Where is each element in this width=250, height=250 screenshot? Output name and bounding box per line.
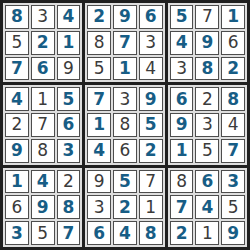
cell-r8c1[interactable]: 6 — [5, 195, 29, 219]
cell-r2c6[interactable]: 3 — [139, 31, 163, 55]
cell-r4c1[interactable]: 4 — [5, 87, 29, 111]
cell-r6c5[interactable]: 6 — [113, 139, 137, 163]
box-1-1: 834521769 — [3, 3, 82, 82]
cell-r8c2[interactable]: 9 — [31, 195, 55, 219]
cell-r6c9[interactable]: 7 — [221, 139, 245, 163]
cell-r5c4[interactable]: 1 — [87, 113, 111, 137]
cell-r6c3[interactable]: 3 — [57, 139, 81, 163]
box-3-3: 863745219 — [168, 168, 247, 247]
cell-r4c8[interactable]: 2 — [195, 87, 219, 111]
cell-r4c3[interactable]: 5 — [57, 87, 81, 111]
cell-r6c6[interactable]: 2 — [139, 139, 163, 163]
cell-r4c9[interactable]: 8 — [221, 87, 245, 111]
cell-r2c2[interactable]: 2 — [31, 31, 55, 55]
cell-r1c5[interactable]: 9 — [113, 5, 137, 29]
cell-r7c5[interactable]: 5 — [113, 170, 137, 194]
cell-r3c6[interactable]: 4 — [139, 57, 163, 81]
cell-r1c4[interactable]: 2 — [87, 5, 111, 29]
cell-r7c9[interactable]: 3 — [221, 170, 245, 194]
cell-r9c6[interactable]: 8 — [139, 221, 163, 245]
cell-r2c7[interactable]: 4 — [170, 31, 194, 55]
cell-r7c2[interactable]: 4 — [31, 170, 55, 194]
cell-r8c3[interactable]: 8 — [57, 195, 81, 219]
cell-r3c8[interactable]: 8 — [195, 57, 219, 81]
cell-r9c4[interactable]: 6 — [87, 221, 111, 245]
cell-r3c2[interactable]: 6 — [31, 57, 55, 81]
cell-r7c1[interactable]: 1 — [5, 170, 29, 194]
box-1-2: 296873514 — [85, 3, 164, 82]
cell-r4c7[interactable]: 6 — [170, 87, 194, 111]
cell-r7c7[interactable]: 8 — [170, 170, 194, 194]
box-3-2: 957321648 — [85, 168, 164, 247]
cell-r2c5[interactable]: 7 — [113, 31, 137, 55]
cell-r4c2[interactable]: 1 — [31, 87, 55, 111]
cell-r8c6[interactable]: 1 — [139, 195, 163, 219]
cell-r6c8[interactable]: 5 — [195, 139, 219, 163]
cell-r9c1[interactable]: 3 — [5, 221, 29, 245]
cell-r8c9[interactable]: 5 — [221, 195, 245, 219]
cell-r5c3[interactable]: 6 — [57, 113, 81, 137]
cell-r3c1[interactable]: 7 — [5, 57, 29, 81]
cell-r9c7[interactable]: 2 — [170, 221, 194, 245]
box-2-3: 628934157 — [168, 85, 247, 164]
cell-r6c7[interactable]: 1 — [170, 139, 194, 163]
cell-r5c7[interactable]: 9 — [170, 113, 194, 137]
cell-r1c3[interactable]: 4 — [57, 5, 81, 29]
cell-r1c2[interactable]: 3 — [31, 5, 55, 29]
cell-r9c8[interactable]: 1 — [195, 221, 219, 245]
cell-r3c4[interactable]: 5 — [87, 57, 111, 81]
cell-r2c8[interactable]: 9 — [195, 31, 219, 55]
cell-r4c5[interactable]: 3 — [113, 87, 137, 111]
cell-r2c9[interactable]: 6 — [221, 31, 245, 55]
cell-r7c4[interactable]: 9 — [87, 170, 111, 194]
cell-r4c6[interactable]: 9 — [139, 87, 163, 111]
cell-r4c4[interactable]: 7 — [87, 87, 111, 111]
cell-r9c9[interactable]: 9 — [221, 221, 245, 245]
cell-r6c4[interactable]: 4 — [87, 139, 111, 163]
box-3-1: 142698357 — [3, 168, 82, 247]
cell-r2c4[interactable]: 8 — [87, 31, 111, 55]
cell-r6c2[interactable]: 8 — [31, 139, 55, 163]
cell-r1c9[interactable]: 1 — [221, 5, 245, 29]
cell-r2c3[interactable]: 1 — [57, 31, 81, 55]
cell-r9c2[interactable]: 5 — [31, 221, 55, 245]
cell-r9c3[interactable]: 7 — [57, 221, 81, 245]
cell-r2c1[interactable]: 5 — [5, 31, 29, 55]
cell-r8c8[interactable]: 4 — [195, 195, 219, 219]
cell-r5c2[interactable]: 7 — [31, 113, 55, 137]
cell-r3c9[interactable]: 2 — [221, 57, 245, 81]
cell-r7c6[interactable]: 7 — [139, 170, 163, 194]
cell-r5c9[interactable]: 4 — [221, 113, 245, 137]
cell-r5c8[interactable]: 3 — [195, 113, 219, 137]
cell-r7c3[interactable]: 2 — [57, 170, 81, 194]
box-2-2: 739185462 — [85, 85, 164, 164]
cell-r1c7[interactable]: 5 — [170, 5, 194, 29]
cell-r5c5[interactable]: 8 — [113, 113, 137, 137]
sudoku-board: 8345217692968735145714963824152769837391… — [0, 0, 250, 250]
box-1-3: 571496382 — [168, 3, 247, 82]
cell-r6c1[interactable]: 9 — [5, 139, 29, 163]
cell-r3c3[interactable]: 9 — [57, 57, 81, 81]
cell-r7c8[interactable]: 6 — [195, 170, 219, 194]
cell-r5c1[interactable]: 2 — [5, 113, 29, 137]
cell-r3c7[interactable]: 3 — [170, 57, 194, 81]
cell-r8c5[interactable]: 2 — [113, 195, 137, 219]
cell-r8c7[interactable]: 7 — [170, 195, 194, 219]
box-2-1: 415276983 — [3, 85, 82, 164]
cell-r8c4[interactable]: 3 — [87, 195, 111, 219]
cell-r9c5[interactable]: 4 — [113, 221, 137, 245]
cell-r1c1[interactable]: 8 — [5, 5, 29, 29]
cell-r1c8[interactable]: 7 — [195, 5, 219, 29]
cell-r5c6[interactable]: 5 — [139, 113, 163, 137]
cell-r1c6[interactable]: 6 — [139, 5, 163, 29]
cell-r3c5[interactable]: 1 — [113, 57, 137, 81]
